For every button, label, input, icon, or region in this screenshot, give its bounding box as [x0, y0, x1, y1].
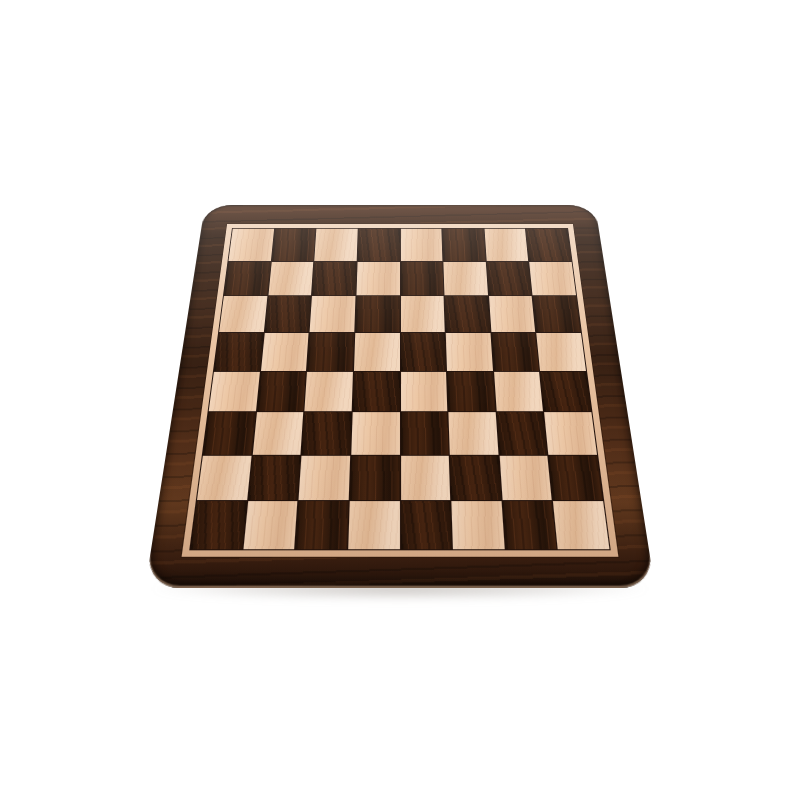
board-squares-grid: [189, 228, 610, 550]
square-e1: [401, 501, 452, 549]
square-f1: [451, 501, 504, 549]
square-c7: [312, 262, 356, 296]
square-h8: [526, 229, 571, 261]
square-c8: [314, 229, 357, 261]
square-e3: [401, 412, 449, 454]
square-g1: [502, 501, 557, 549]
chess-board: [145, 205, 655, 588]
square-c2: [299, 456, 350, 501]
square-h4: [540, 371, 591, 411]
square-a5: [214, 333, 263, 371]
square-d7: [356, 262, 399, 296]
square-a6: [219, 296, 267, 332]
square-d4: [353, 371, 400, 411]
square-d8: [357, 229, 399, 261]
square-d2: [350, 456, 400, 501]
square-b3: [252, 412, 303, 454]
square-b1: [243, 501, 298, 549]
square-f6: [445, 296, 491, 332]
board-frame: [145, 205, 655, 588]
square-a1: [191, 501, 247, 549]
square-e4: [401, 371, 448, 411]
square-g5: [491, 333, 539, 371]
square-b2: [248, 456, 301, 501]
square-f2: [450, 456, 501, 501]
square-f4: [447, 371, 495, 411]
square-g6: [489, 296, 536, 332]
square-g8: [484, 229, 528, 261]
square-a3: [203, 412, 256, 454]
square-f7: [443, 262, 487, 296]
square-h3: [544, 412, 597, 454]
square-c6: [310, 296, 356, 332]
maple-inlay-border: [182, 224, 619, 557]
square-b5: [261, 333, 309, 371]
square-e2: [401, 456, 451, 501]
square-d5: [354, 333, 400, 371]
square-g3: [496, 412, 547, 454]
square-c4: [305, 371, 353, 411]
square-a8: [229, 229, 274, 261]
square-f5: [446, 333, 493, 371]
square-h2: [549, 456, 603, 501]
square-e8: [400, 229, 442, 261]
square-b7: [268, 262, 313, 296]
square-b4: [257, 371, 307, 411]
square-c3: [302, 412, 352, 454]
square-h7: [529, 262, 576, 296]
photo-background: [0, 0, 800, 800]
square-c1: [296, 501, 349, 549]
square-g7: [486, 262, 531, 296]
square-g4: [494, 371, 544, 411]
square-h5: [537, 333, 586, 371]
square-b8: [271, 229, 315, 261]
square-a7: [224, 262, 271, 296]
square-b6: [264, 296, 311, 332]
square-a4: [209, 371, 260, 411]
square-a2: [197, 456, 251, 501]
square-f3: [449, 412, 499, 454]
square-c5: [307, 333, 354, 371]
square-d3: [351, 412, 399, 454]
square-e7: [400, 262, 443, 296]
square-d6: [355, 296, 399, 332]
square-h6: [533, 296, 581, 332]
square-f8: [442, 229, 485, 261]
square-h1: [553, 501, 609, 549]
square-e6: [400, 296, 444, 332]
square-e5: [400, 333, 446, 371]
square-g2: [499, 456, 552, 501]
square-d1: [348, 501, 399, 549]
